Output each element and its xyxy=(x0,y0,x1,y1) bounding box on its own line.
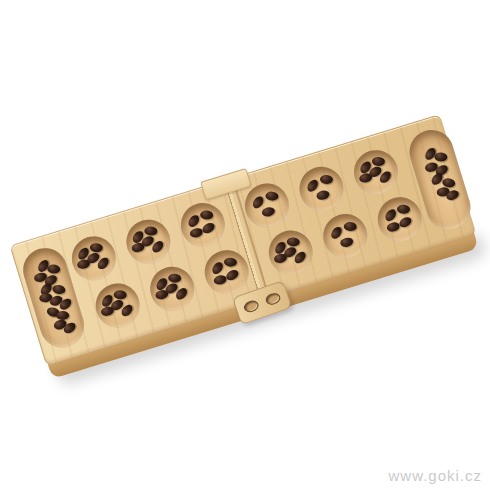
seed xyxy=(343,221,356,231)
seed xyxy=(210,260,225,276)
seed xyxy=(89,243,102,253)
pit-front-2[interactable] xyxy=(145,261,200,316)
seed xyxy=(396,204,409,214)
pit-front-4[interactable] xyxy=(263,225,318,280)
pit-back-3[interactable] xyxy=(175,198,230,253)
board-right-half xyxy=(233,113,483,297)
seed xyxy=(305,178,320,194)
pit-back-5[interactable] xyxy=(294,161,349,216)
seed xyxy=(265,191,278,201)
seed xyxy=(167,273,180,283)
seed xyxy=(319,174,332,184)
seed xyxy=(55,310,68,319)
seed xyxy=(186,213,201,229)
seed xyxy=(328,225,343,241)
pit-front-5[interactable] xyxy=(318,208,373,263)
seed xyxy=(260,206,275,218)
board-left-half xyxy=(11,181,261,365)
seed xyxy=(188,227,203,239)
seed xyxy=(212,274,227,286)
seed xyxy=(434,152,447,162)
pit-back-2[interactable] xyxy=(121,214,176,269)
pit-front-6[interactable] xyxy=(372,192,427,247)
seed xyxy=(286,237,299,247)
pit-back-6[interactable] xyxy=(349,145,404,200)
product-photo-background: www.goki.cz xyxy=(0,0,490,490)
seed xyxy=(339,236,354,248)
seed xyxy=(199,210,212,220)
seed xyxy=(385,221,400,233)
seed xyxy=(223,257,236,267)
seed xyxy=(383,207,398,223)
seed xyxy=(51,284,65,295)
clasp-hole xyxy=(264,291,282,306)
pit-back-1[interactable] xyxy=(66,231,121,286)
seed xyxy=(144,226,157,236)
board-top-face xyxy=(9,114,476,366)
watermark: www.goki.cz xyxy=(388,467,482,484)
pit-front-1[interactable] xyxy=(90,278,145,333)
seed xyxy=(250,194,265,210)
mancala-board xyxy=(9,114,476,366)
seed xyxy=(371,156,384,166)
clasp-hole xyxy=(242,299,260,314)
seed xyxy=(315,189,330,201)
seed xyxy=(46,264,59,274)
seed xyxy=(113,290,126,300)
